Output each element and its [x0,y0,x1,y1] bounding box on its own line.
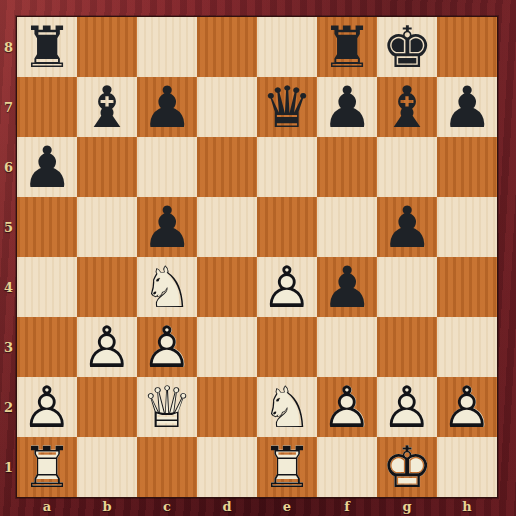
white-pawn: ♟♙ [17,377,77,437]
square-b1[interactable] [77,437,137,497]
square-d3[interactable] [197,317,257,377]
white-pawn: ♟♙ [137,317,197,377]
square-a4[interactable] [17,257,77,317]
square-f7[interactable]: ♟ [317,77,377,137]
square-e7[interactable]: ♛ [257,77,317,137]
white-pawn: ♟♙ [257,257,317,317]
square-a1[interactable]: ♜♖ [17,437,77,497]
square-g2[interactable]: ♟♙ [377,377,437,437]
square-f6[interactable] [317,137,377,197]
black-rook: ♜ [17,17,77,77]
black-pawn: ♟ [137,197,197,257]
white-queen: ♛♕ [137,377,197,437]
chessboard-frame: 87654321 ♜♜♚♝♟♛♟♝♟♟♟♟♞♘♟♙♟♟♙♟♙♟♙♛♕♞♘♟♙♟♙… [0,0,516,516]
square-e2[interactable]: ♞♘ [257,377,317,437]
file-label-g: g [377,497,437,516]
rank-labels: 87654321 [0,17,17,497]
black-pawn: ♟ [437,77,497,137]
black-pawn: ♟ [17,137,77,197]
rank-label-4: 4 [0,257,17,317]
square-b5[interactable] [77,197,137,257]
black-king: ♚ [377,17,437,77]
square-d2[interactable] [197,377,257,437]
rank-label-7: 7 [0,77,17,137]
square-f1[interactable] [317,437,377,497]
file-label-a: a [17,497,77,516]
file-label-d: d [197,497,257,516]
square-e8[interactable] [257,17,317,77]
square-h8[interactable] [437,17,497,77]
square-c5[interactable]: ♟ [137,197,197,257]
file-label-e: e [257,497,317,516]
white-pawn: ♟♙ [377,377,437,437]
rank-label-8: 8 [0,17,17,77]
square-g6[interactable] [377,137,437,197]
square-f2[interactable]: ♟♙ [317,377,377,437]
black-rook: ♜ [317,17,377,77]
square-a6[interactable]: ♟ [17,137,77,197]
file-label-f: f [317,497,377,516]
black-queen: ♛ [257,77,317,137]
white-rook: ♜♖ [17,437,77,497]
file-labels: abcdefgh [17,497,497,516]
square-b4[interactable] [77,257,137,317]
square-g7[interactable]: ♝ [377,77,437,137]
square-f4[interactable]: ♟ [317,257,377,317]
square-d4[interactable] [197,257,257,317]
square-b8[interactable] [77,17,137,77]
board: ♜♜♚♝♟♛♟♝♟♟♟♟♞♘♟♙♟♟♙♟♙♟♙♛♕♞♘♟♙♟♙♟♙♜♖♜♖♚♔ [17,17,497,497]
white-pawn: ♟♙ [437,377,497,437]
square-c8[interactable] [137,17,197,77]
square-h4[interactable] [437,257,497,317]
square-g4[interactable] [377,257,437,317]
rank-label-5: 5 [0,197,17,257]
file-label-c: c [137,497,197,516]
rank-label-1: 1 [0,437,17,497]
black-pawn: ♟ [317,257,377,317]
square-e1[interactable]: ♜♖ [257,437,317,497]
white-rook: ♜♖ [257,437,317,497]
square-d8[interactable] [197,17,257,77]
white-knight: ♞♘ [137,257,197,317]
black-bishop: ♝ [377,77,437,137]
square-b7[interactable]: ♝ [77,77,137,137]
white-king: ♚♔ [377,437,437,497]
black-bishop: ♝ [77,77,137,137]
square-g8[interactable]: ♚ [377,17,437,77]
square-h1[interactable] [437,437,497,497]
square-c4[interactable]: ♞♘ [137,257,197,317]
square-h3[interactable] [437,317,497,377]
square-d7[interactable] [197,77,257,137]
square-c6[interactable] [137,137,197,197]
file-label-h: h [437,497,497,516]
rank-label-3: 3 [0,317,17,377]
square-d5[interactable] [197,197,257,257]
square-g3[interactable] [377,317,437,377]
square-c3[interactable]: ♟♙ [137,317,197,377]
square-h2[interactable]: ♟♙ [437,377,497,437]
square-b6[interactable] [77,137,137,197]
square-g1[interactable]: ♚♔ [377,437,437,497]
rank-label-6: 6 [0,137,17,197]
square-a3[interactable] [17,317,77,377]
square-h7[interactable]: ♟ [437,77,497,137]
square-d6[interactable] [197,137,257,197]
white-pawn: ♟♙ [77,317,137,377]
rank-label-2: 2 [0,377,17,437]
square-c2[interactable]: ♛♕ [137,377,197,437]
square-d1[interactable] [197,437,257,497]
square-g5[interactable]: ♟ [377,197,437,257]
square-a7[interactable] [17,77,77,137]
square-a5[interactable] [17,197,77,257]
square-c1[interactable] [137,437,197,497]
square-f5[interactable] [317,197,377,257]
square-e3[interactable] [257,317,317,377]
file-label-b: b [77,497,137,516]
square-h5[interactable] [437,197,497,257]
square-e5[interactable] [257,197,317,257]
square-h6[interactable] [437,137,497,197]
black-pawn: ♟ [317,77,377,137]
black-pawn: ♟ [377,197,437,257]
square-a8[interactable]: ♜ [17,17,77,77]
square-e6[interactable] [257,137,317,197]
square-c7[interactable]: ♟ [137,77,197,137]
square-b2[interactable] [77,377,137,437]
white-knight: ♞♘ [257,377,317,437]
square-a2[interactable]: ♟♙ [17,377,77,437]
square-f3[interactable] [317,317,377,377]
white-pawn: ♟♙ [317,377,377,437]
square-f8[interactable]: ♜ [317,17,377,77]
square-b3[interactable]: ♟♙ [77,317,137,377]
black-pawn: ♟ [137,77,197,137]
square-e4[interactable]: ♟♙ [257,257,317,317]
